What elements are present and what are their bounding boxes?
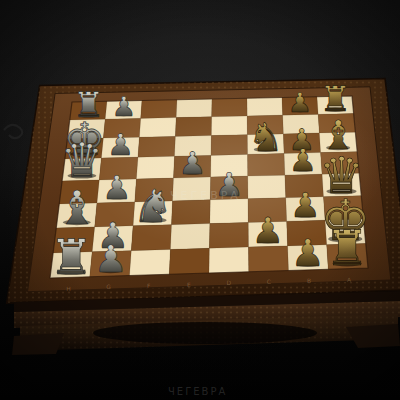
chess-board-photo: HGFEDCBA♜♟♜♟♚♟♝♟♞♛♟♟♟♟♛♝♞♟♟♚♟♜♟♜♟	[0, 0, 400, 400]
square-a3	[130, 250, 171, 276]
square-a4	[169, 248, 209, 274]
piece-white-pawn-f2: ♟	[107, 128, 134, 162]
edge-label-D: D	[227, 279, 232, 286]
piece-white-pawn-e4: ♟	[179, 145, 207, 181]
piece-black-pawn-c7: ♟	[290, 185, 321, 225]
piece-black-knight-f6: ♞	[248, 114, 283, 160]
piece-black-pawn-a7: ♟	[291, 231, 325, 275]
pedestal-arch-shadow	[93, 322, 317, 344]
piece-white-pawn-a2: ♟	[94, 237, 128, 281]
photo-scene: HGFEDCBA♜♟♜♟♚♟♝♟♞♛♟♟♟♟♛♝♞♟♟♚♟♜♟♜♟ ЧЕГЕВР…	[0, 0, 400, 400]
cable-loop	[4, 125, 22, 138]
edge-label-C: C	[267, 278, 271, 285]
piece-black-rook-a8: ♜	[325, 220, 369, 277]
piece-white-bishop-c1: ♝	[56, 181, 98, 235]
piece-white-pawn-d2: ♟	[102, 169, 131, 207]
piece-black-pawn-b6: ♟	[252, 210, 284, 251]
piece-black-pawn-h7: ♟	[288, 87, 312, 118]
box-foot-left	[12, 333, 64, 355]
piece-black-pawn-e7: ♟	[289, 142, 317, 178]
edge-label-B: B	[307, 277, 311, 284]
piece-white-knight-c3: ♞	[133, 180, 174, 233]
piece-white-pawn-d5: ♟	[215, 166, 244, 204]
box-foot-right	[346, 324, 400, 348]
edge-label-E: E	[187, 281, 191, 288]
piece-white-rook-a1: ♜	[49, 229, 93, 286]
edge-label-G: G	[106, 283, 111, 290]
edge-label-F: F	[147, 282, 151, 289]
edge-label-H: H	[66, 285, 71, 292]
piece-white-pawn-h2: ♟	[112, 91, 136, 122]
